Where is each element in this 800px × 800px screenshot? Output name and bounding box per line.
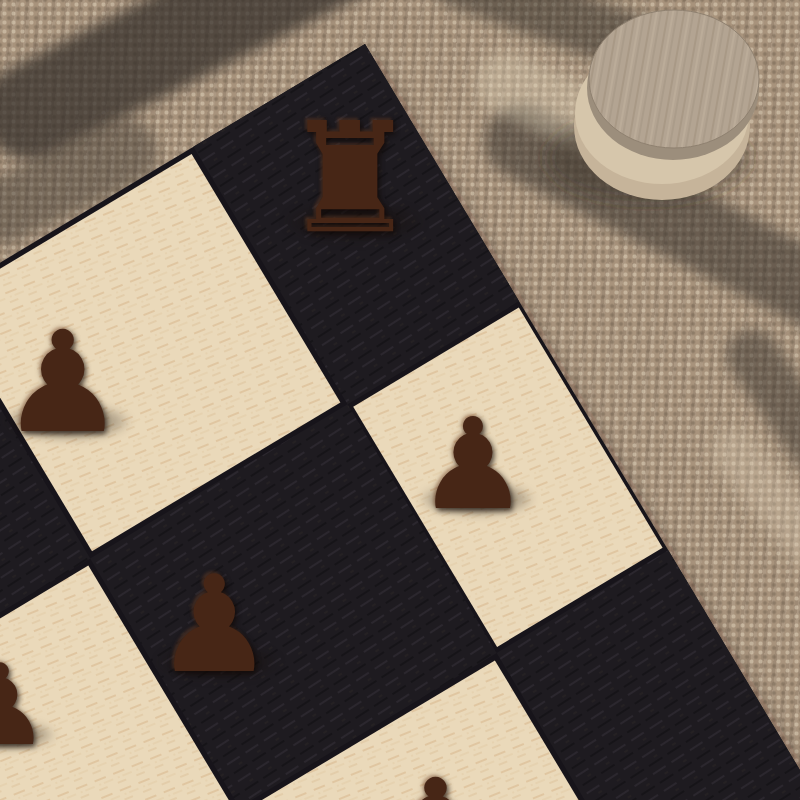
wooden-discs — [546, 10, 759, 202]
disc-top-face[interactable] — [589, 10, 759, 148]
scene: ♜♟♟♟♟♝ — [0, 0, 800, 800]
piece-rook-h8[interactable]: ♜ — [282, 103, 418, 255]
piece-pawn-h7[interactable]: ♟ — [416, 402, 529, 528]
piece-pawn-f7[interactable]: ♟ — [0, 649, 50, 761]
piece-pawn-g7[interactable]: ♟ — [154, 558, 274, 692]
piece-bishop-g6[interactable]: ♝ — [373, 761, 499, 800]
piece-pawn-g8[interactable]: ♟ — [0, 313, 126, 453]
